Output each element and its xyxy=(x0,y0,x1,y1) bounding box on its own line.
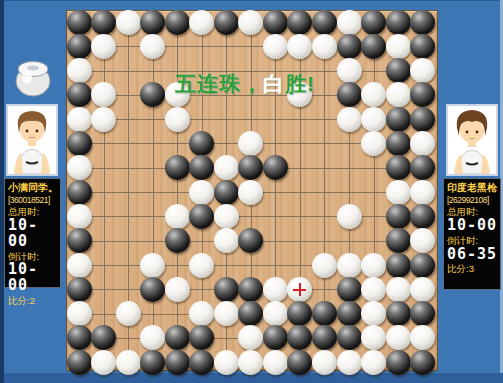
black-stone xyxy=(67,180,92,205)
white-stone xyxy=(263,301,288,326)
white-stone xyxy=(337,58,362,83)
black-stone xyxy=(287,350,312,375)
black-stone xyxy=(410,350,435,375)
white-stone xyxy=(116,350,141,375)
black-stone xyxy=(386,350,411,375)
black-stone xyxy=(67,10,92,35)
black-stone xyxy=(263,10,288,35)
player-name-left: 小满同学。 xyxy=(8,182,58,195)
white-stone xyxy=(361,277,386,302)
white-stone xyxy=(386,180,411,205)
avatar-right xyxy=(446,104,498,176)
black-stone xyxy=(67,228,92,253)
black-stone xyxy=(386,107,411,132)
white-stone xyxy=(410,131,435,156)
white-stone xyxy=(410,58,435,83)
black-stone xyxy=(67,34,92,59)
player-name-right: 印度老黑枪 xyxy=(447,182,498,195)
score-right: 比分:3 xyxy=(447,263,498,275)
black-stone xyxy=(165,10,190,35)
black-stone xyxy=(337,34,362,59)
black-stone xyxy=(410,204,435,229)
black-stone xyxy=(67,325,92,350)
white-stone xyxy=(410,228,435,253)
black-stone xyxy=(337,277,362,302)
white-stone xyxy=(91,107,116,132)
black-stone xyxy=(386,301,411,326)
white-stone xyxy=(116,10,141,35)
white-stone xyxy=(263,277,288,302)
black-stone xyxy=(386,204,411,229)
black-stone xyxy=(214,277,239,302)
black-stone xyxy=(410,155,435,180)
black-stone xyxy=(386,58,411,83)
black-stone xyxy=(337,325,362,350)
black-stone xyxy=(312,10,337,35)
result-banner-segment: 白 xyxy=(263,72,285,95)
white-stone xyxy=(165,204,190,229)
black-stone xyxy=(386,155,411,180)
white-stone-bowl-icon xyxy=(13,55,53,99)
black-stone xyxy=(189,204,214,229)
white-stone xyxy=(337,107,362,132)
white-stone xyxy=(67,204,92,229)
black-stone xyxy=(67,131,92,156)
countdown-left: 10-00 xyxy=(8,262,58,294)
white-stone xyxy=(337,350,362,375)
white-stone xyxy=(189,180,214,205)
black-stone xyxy=(67,82,92,107)
black-stone xyxy=(410,253,435,278)
white-stone xyxy=(67,301,92,326)
black-stone xyxy=(165,155,190,180)
black-stone xyxy=(386,228,411,253)
white-stone xyxy=(165,277,190,302)
white-stone xyxy=(361,350,386,375)
white-stone xyxy=(214,301,239,326)
black-stone xyxy=(165,325,190,350)
player-id-right: [262992108] xyxy=(447,195,498,206)
black-stone xyxy=(287,10,312,35)
black-stone xyxy=(410,34,435,59)
white-stone xyxy=(386,82,411,107)
white-stone xyxy=(67,253,92,278)
black-stone xyxy=(337,301,362,326)
white-stone xyxy=(337,10,362,35)
avatar-left xyxy=(6,104,58,176)
white-stone xyxy=(91,34,116,59)
white-stone xyxy=(189,10,214,35)
white-stone xyxy=(386,277,411,302)
white-stone xyxy=(214,155,239,180)
white-stone xyxy=(263,34,288,59)
white-stone xyxy=(214,228,239,253)
black-stone xyxy=(312,301,337,326)
player-id-left: [360018521] xyxy=(8,195,58,206)
black-stone xyxy=(91,10,116,35)
white-stone xyxy=(312,34,337,59)
white-stone xyxy=(238,350,263,375)
black-stone xyxy=(67,350,92,375)
black-stone xyxy=(361,34,386,59)
white-stone xyxy=(238,10,263,35)
black-stone xyxy=(361,10,386,35)
player-info-left: 小满同学。 [360018521] 总用时: 10-00 倒计时: 10-00 … xyxy=(4,178,61,288)
black-stone xyxy=(410,10,435,35)
black-stone xyxy=(140,277,165,302)
white-stone xyxy=(165,107,190,132)
white-stone xyxy=(214,204,239,229)
white-stone xyxy=(312,253,337,278)
white-stone xyxy=(189,253,214,278)
result-banner-segment: 胜! xyxy=(285,72,315,95)
black-stone xyxy=(410,82,435,107)
white-stone xyxy=(263,350,288,375)
black-stone xyxy=(189,350,214,375)
white-stone xyxy=(410,277,435,302)
result-banner: 五连珠，白胜! xyxy=(175,70,315,98)
black-stone xyxy=(410,107,435,132)
white-stone xyxy=(67,107,92,132)
white-stone xyxy=(361,107,386,132)
white-stone xyxy=(116,301,141,326)
white-stone xyxy=(386,325,411,350)
black-stone xyxy=(140,10,165,35)
white-stone xyxy=(410,180,435,205)
white-stone xyxy=(361,131,386,156)
white-stone xyxy=(214,350,239,375)
white-stone xyxy=(140,253,165,278)
white-stone xyxy=(238,180,263,205)
white-stone xyxy=(410,325,435,350)
black-stone xyxy=(214,10,239,35)
player-info-right: 印度老黑枪 [262992108] 总用时: 10-00 倒计时: 06-35 … xyxy=(443,178,501,290)
black-stone xyxy=(238,277,263,302)
white-stone xyxy=(312,350,337,375)
black-stone xyxy=(386,131,411,156)
black-stone xyxy=(165,228,190,253)
white-stone xyxy=(67,155,92,180)
white-stone xyxy=(337,253,362,278)
black-stone xyxy=(386,253,411,278)
white-stone xyxy=(140,34,165,59)
white-stone xyxy=(386,34,411,59)
countdown-right: 06-35 xyxy=(447,247,498,263)
black-stone xyxy=(410,301,435,326)
white-stone xyxy=(337,204,362,229)
game-window: 五连珠，白胜! 小满同学。 [360018521] 总用时: 10-00 倒计时… xyxy=(0,0,503,383)
black-stone xyxy=(337,82,362,107)
total-time-right: 10-00 xyxy=(447,218,498,234)
last-move-cursor-icon xyxy=(293,283,306,296)
black-stone xyxy=(140,350,165,375)
score-left: 比分:2 xyxy=(8,295,58,307)
white-stone xyxy=(67,58,92,83)
black-stone xyxy=(165,350,190,375)
black-stone xyxy=(67,277,92,302)
white-stone xyxy=(91,350,116,375)
result-banner-segment: 五连珠， xyxy=(175,72,263,95)
black-stone xyxy=(386,10,411,35)
board[interactable]: 五连珠，白胜! xyxy=(66,10,438,371)
black-stone xyxy=(214,180,239,205)
white-stone xyxy=(361,253,386,278)
total-time-left: 10-00 xyxy=(8,218,58,250)
